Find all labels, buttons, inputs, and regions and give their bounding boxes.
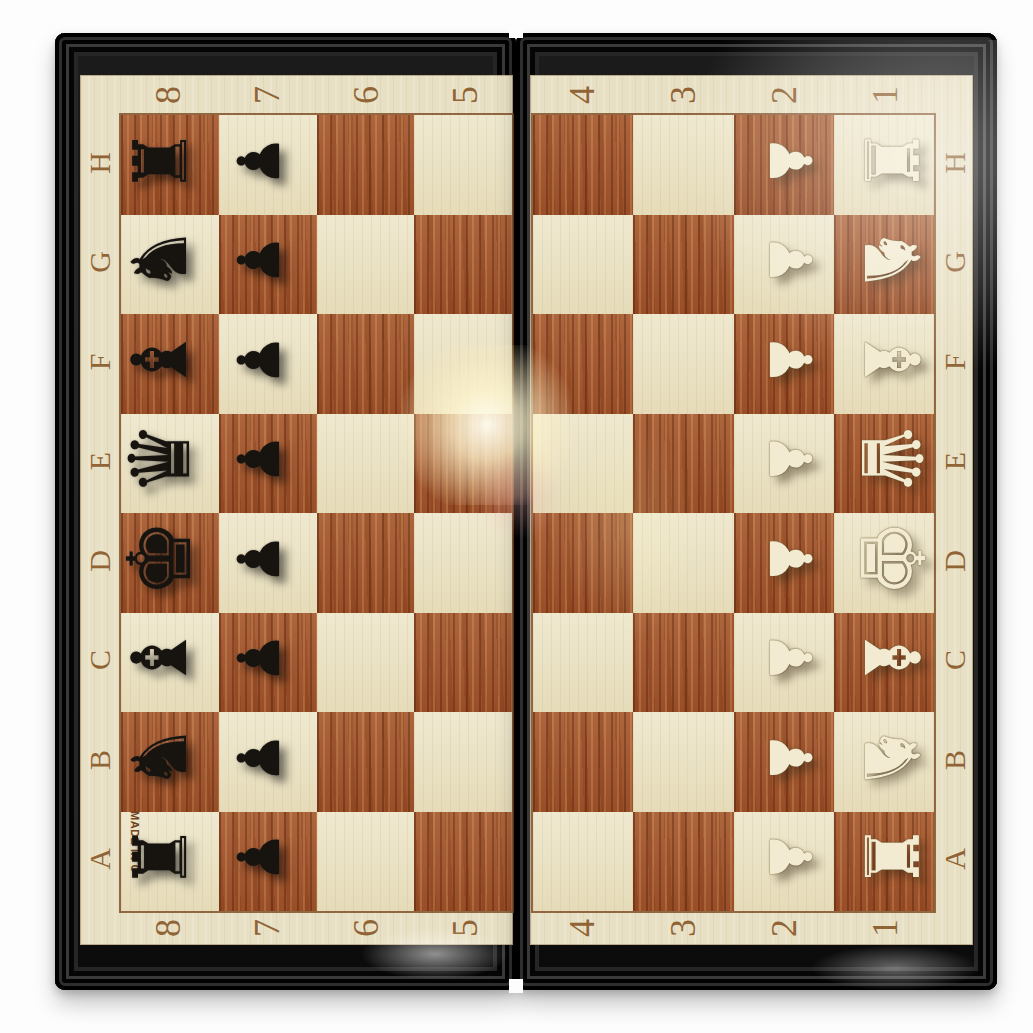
- square-a6[interactable]: [317, 812, 415, 912]
- board-right-half-surface: 44332211HGFEDCBA: [530, 75, 973, 945]
- file-label-c: C: [85, 650, 115, 670]
- file-label-c: C: [940, 650, 970, 670]
- rank-label-8: 8: [150, 919, 186, 937]
- file-label-f: F: [85, 353, 115, 370]
- square-h3[interactable]: [633, 115, 733, 215]
- file-label-b: B: [85, 750, 115, 770]
- square-a5[interactable]: [414, 812, 512, 912]
- piece-black-pawn-d7[interactable]: ♟: [230, 533, 288, 585]
- square-c3[interactable]: [633, 613, 733, 713]
- square-b3[interactable]: [633, 712, 733, 812]
- fold-gap-top: [509, 26, 523, 38]
- file-label-b: B: [940, 750, 970, 770]
- rank-label-2: 2: [766, 86, 802, 104]
- piece-white-pawn-e2[interactable]: ♟: [761, 433, 819, 485]
- piece-white-bishop-f1[interactable]: ♝: [853, 325, 929, 393]
- square-e3[interactable]: [633, 414, 733, 514]
- square-c4[interactable]: [533, 613, 633, 713]
- piece-black-pawn-c7[interactable]: ♟: [230, 632, 288, 684]
- square-f5[interactable]: [414, 314, 512, 414]
- square-c6[interactable]: [317, 613, 415, 713]
- piece-black-pawn-g7[interactable]: ♟: [230, 234, 288, 286]
- square-g6[interactable]: [317, 215, 415, 315]
- square-e6[interactable]: [317, 414, 415, 514]
- square-e5[interactable]: [414, 414, 512, 514]
- fold-gap-bottom: [509, 979, 523, 993]
- file-label-a: A: [940, 848, 970, 870]
- square-a3[interactable]: [633, 812, 733, 912]
- rank-label-4: 4: [564, 919, 600, 937]
- piece-white-knight-b1[interactable]: ♞: [853, 723, 929, 791]
- square-e4[interactable]: [533, 414, 633, 514]
- piece-black-rook-a8[interactable]: ♜: [123, 823, 197, 889]
- square-d5[interactable]: [414, 513, 512, 613]
- rank-label-7: 7: [249, 919, 285, 937]
- square-f6[interactable]: [317, 314, 415, 414]
- piece-black-bishop-f8[interactable]: ♝: [122, 325, 198, 393]
- rank-label-1: 1: [867, 86, 903, 104]
- square-d6[interactable]: [317, 513, 415, 613]
- rank-label-3: 3: [665, 919, 701, 937]
- square-a4[interactable]: [533, 812, 633, 912]
- rank-label-7: 7: [249, 86, 285, 104]
- square-c5[interactable]: [414, 613, 512, 713]
- square-d4[interactable]: [533, 513, 633, 613]
- piece-white-bishop-c1[interactable]: ♝: [853, 623, 929, 691]
- piece-white-pawn-b2[interactable]: ♟: [761, 732, 819, 784]
- piece-black-pawn-f7[interactable]: ♟: [230, 334, 288, 386]
- piece-black-knight-b8[interactable]: ♞: [122, 723, 198, 791]
- file-label-h: H: [85, 152, 115, 174]
- square-h6[interactable]: [317, 115, 415, 215]
- rank-label-1: 1: [867, 919, 903, 937]
- rank-label-6: 6: [348, 919, 384, 937]
- file-label-h: H: [940, 152, 970, 174]
- square-g3[interactable]: [633, 215, 733, 315]
- piece-black-pawn-a7[interactable]: ♟: [230, 831, 288, 883]
- piece-black-pawn-b7[interactable]: ♟: [230, 732, 288, 784]
- piece-black-bishop-c8[interactable]: ♝: [122, 623, 198, 691]
- square-g5[interactable]: [414, 215, 512, 315]
- square-b6[interactable]: [317, 712, 415, 812]
- rank-label-2: 2: [766, 919, 802, 937]
- piece-black-rook-h8[interactable]: ♜: [123, 127, 197, 193]
- board-left-half-surface: 88776655HGFEDCBA: [80, 75, 513, 945]
- piece-black-queen-e8[interactable]: ♛: [118, 421, 202, 496]
- rank-label-8: 8: [150, 86, 186, 104]
- rank-label-5: 5: [447, 919, 483, 937]
- rank-label-6: 6: [348, 86, 384, 104]
- square-f4[interactable]: [533, 314, 633, 414]
- piece-black-king-d8[interactable]: ♚: [116, 519, 204, 598]
- piece-white-king-d1[interactable]: ♚: [847, 519, 935, 598]
- piece-white-pawn-g2[interactable]: ♟: [761, 234, 819, 286]
- piece-black-pawn-h7[interactable]: ♟: [230, 135, 288, 187]
- piece-white-pawn-f2[interactable]: ♟: [761, 334, 819, 386]
- file-label-g: G: [85, 251, 115, 273]
- square-b4[interactable]: [533, 712, 633, 812]
- square-h5[interactable]: [414, 115, 512, 215]
- piece-black-knight-g8[interactable]: ♞: [122, 225, 198, 293]
- square-h4[interactable]: [533, 115, 633, 215]
- piece-white-pawn-c2[interactable]: ♟: [761, 632, 819, 684]
- rank-label-5: 5: [447, 86, 483, 104]
- file-label-g: G: [940, 251, 970, 273]
- piece-white-pawn-a2[interactable]: ♟: [761, 831, 819, 883]
- piece-white-rook-h1[interactable]: ♜: [854, 127, 928, 193]
- file-label-f: F: [940, 353, 970, 370]
- piece-white-pawn-h2[interactable]: ♟: [761, 135, 819, 187]
- piece-white-queen-e1[interactable]: ♛: [849, 421, 933, 496]
- chess-set-photo: 88776655HGFEDCBA 44332211HGFEDCBA MADE I…: [0, 0, 1033, 1033]
- piece-white-rook-a1[interactable]: ♜: [854, 823, 928, 889]
- piece-black-pawn-e7[interactable]: ♟: [230, 433, 288, 485]
- rank-label-4: 4: [564, 86, 600, 104]
- rank-label-3: 3: [665, 86, 701, 104]
- square-f3[interactable]: [633, 314, 733, 414]
- piece-white-pawn-d2[interactable]: ♟: [761, 533, 819, 585]
- square-g4[interactable]: [533, 215, 633, 315]
- square-d3[interactable]: [633, 513, 733, 613]
- file-label-d: D: [940, 550, 970, 572]
- file-label-a: A: [85, 848, 115, 870]
- square-b5[interactable]: [414, 712, 512, 812]
- file-label-e: E: [940, 452, 970, 470]
- piece-white-knight-g1[interactable]: ♞: [853, 225, 929, 293]
